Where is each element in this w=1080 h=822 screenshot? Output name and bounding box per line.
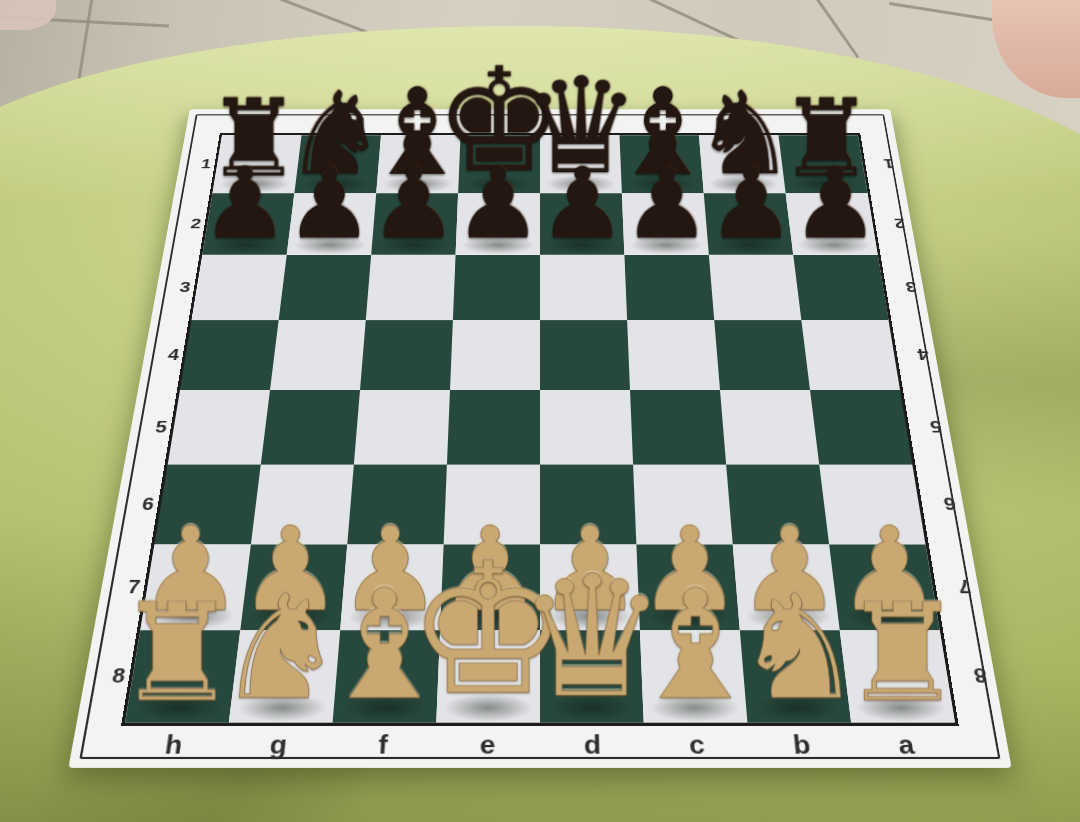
square-b4 (714, 320, 810, 390)
board-stage: 11h22g33f44e55d66c77b88a♜♞♝♚♛♝♞♜♟♟♟♟♟♟♟♟… (0, 0, 1080, 822)
white-rook-piece: ♜ (842, 584, 964, 720)
file-label-c: c (644, 722, 751, 768)
chess-board: 11h22g33f44e55d66c77b88a♜♞♝♚♛♝♞♜♟♟♟♟♟♟♟♟… (68, 109, 1011, 768)
square-c8: ♝ (640, 630, 748, 722)
square-g5 (261, 390, 360, 465)
file-label-g: g (223, 722, 332, 768)
square-a5 (810, 390, 912, 465)
file-label-e: e (434, 722, 540, 768)
black-pawn-piece: ♟ (285, 155, 373, 253)
square-a8: ♜ (840, 630, 955, 722)
square-e4 (450, 320, 540, 390)
square-h3 (192, 255, 287, 320)
square-c2: ♟ (622, 193, 709, 255)
black-pawn-piece: ♟ (201, 155, 289, 253)
square-d4 (540, 320, 630, 390)
square-e3 (453, 255, 540, 320)
square-b5 (720, 390, 819, 465)
square-d3 (540, 255, 627, 320)
square-c5 (630, 390, 726, 465)
square-g4 (270, 320, 366, 390)
square-c4 (627, 320, 720, 390)
black-pawn-piece: ♟ (707, 155, 795, 253)
square-a3 (793, 255, 888, 320)
square-b3 (709, 255, 802, 320)
square-f4 (360, 320, 453, 390)
square-f3 (366, 255, 456, 320)
square-g2: ♟ (287, 193, 376, 255)
square-h5 (168, 390, 270, 465)
square-e5 (447, 390, 540, 465)
file-label-b: b (747, 722, 856, 768)
square-c3 (624, 255, 714, 320)
black-pawn-piece: ♟ (791, 155, 879, 253)
square-e2: ♟ (456, 193, 540, 255)
black-pawn-piece: ♟ (369, 155, 457, 253)
black-pawn-piece: ♟ (538, 155, 626, 253)
square-f2: ♟ (371, 193, 458, 255)
square-a2: ♟ (786, 193, 878, 255)
file-label-a: a (851, 722, 962, 768)
square-d5 (540, 390, 633, 465)
file-label-f: f (329, 722, 436, 768)
square-a4 (801, 320, 900, 390)
black-pawn-piece: ♟ (622, 155, 710, 253)
square-h4 (180, 320, 279, 390)
square-f5 (354, 390, 450, 465)
black-pawn-piece: ♟ (454, 155, 542, 253)
square-b8: ♞ (740, 630, 851, 722)
board-squares: ♜♞♝♚♛♝♞♜♟♟♟♟♟♟♟♟♟♟♟♟♟♟♟♟♜♞♝♚♛♝♞♜ (125, 135, 955, 722)
file-label-h: h (118, 722, 229, 768)
file-label-d: d (540, 722, 646, 768)
photo-canvas: 11h22g33f44e55d66c77b88a♜♞♝♚♛♝♞♜♟♟♟♟♟♟♟♟… (0, 0, 1080, 822)
square-d2: ♟ (540, 193, 624, 255)
square-g3 (279, 255, 372, 320)
square-h2: ♟ (202, 193, 294, 255)
square-b2: ♟ (704, 193, 793, 255)
